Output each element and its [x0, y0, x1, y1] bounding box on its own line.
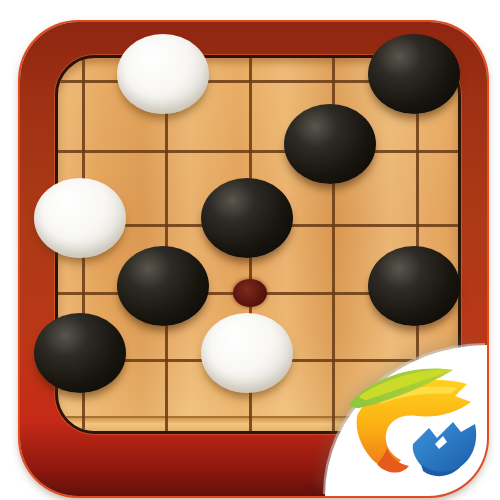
- publisher-badge: [325, 345, 487, 496]
- screenshot-stage: [0, 0, 500, 500]
- go-stone-black: [368, 34, 460, 114]
- go-stone-white: [201, 313, 293, 393]
- go-app-icon[interactable]: [20, 22, 487, 496]
- go-stone-black: [368, 246, 460, 326]
- red-dot-marker: [233, 279, 267, 307]
- go-stone-white: [117, 34, 209, 114]
- go-stone-black: [34, 313, 126, 393]
- go-stone-black: [117, 246, 209, 326]
- go-stone-black: [201, 178, 293, 258]
- tencent-games-logo-icon: [335, 352, 485, 490]
- go-stone-black: [284, 104, 376, 184]
- go-stone-white: [34, 178, 126, 258]
- grid-line-horizontal: [58, 150, 458, 153]
